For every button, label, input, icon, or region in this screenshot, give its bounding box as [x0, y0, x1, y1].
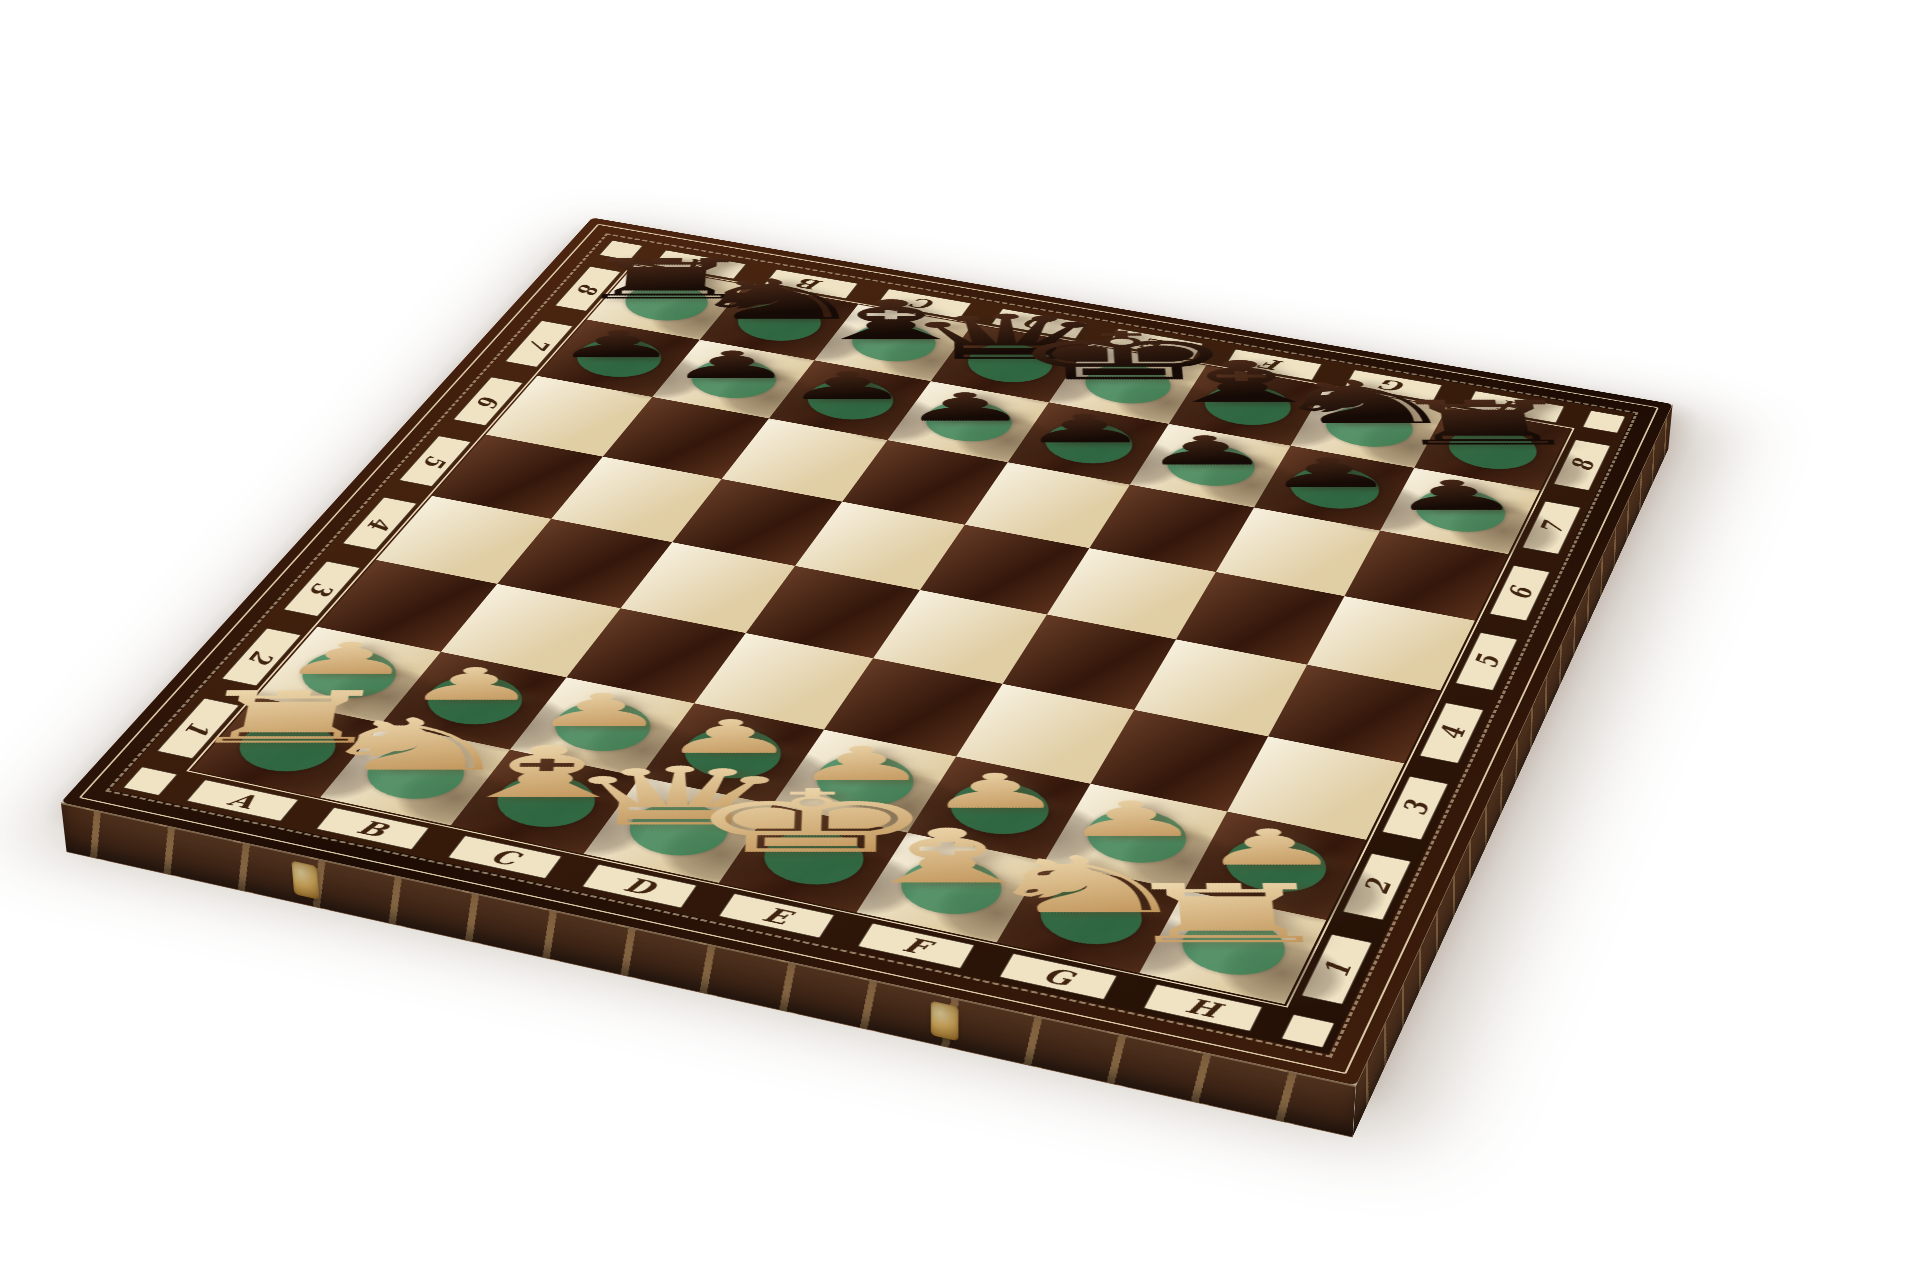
- pieces-layer: ♜♞♝♛♚♝♞♜♟♟♟♟♟♟♟♟♟♟♟♟♟♟♟♟♜♞♝♛♚♝♞♜: [592, 218, 1672, 404]
- chess-board: AABBCCDDEEFFGGHH1122334455667788 ♜♞♝♛♚♝♞…: [61, 218, 1673, 1086]
- brass-clasp-icon: [931, 1001, 959, 1042]
- brass-clasp-icon: [291, 861, 319, 900]
- piece-black-pawn: ♟: [1278, 476, 1634, 515]
- rank-label-5-left-text: 5: [416, 453, 455, 468]
- rank-label-6-left-text: 6: [469, 394, 507, 409]
- rank-label-4-left-text: 4: [360, 515, 400, 531]
- product-photo-scene: AABBCCDDEEFFGGHH1122334455667788 ♜♞♝♛♚♝♞…: [0, 0, 1920, 1279]
